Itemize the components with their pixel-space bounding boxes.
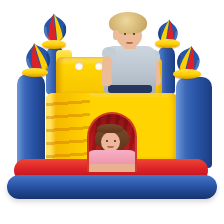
product-photo-castle-bouncer: [0, 0, 224, 224]
boy-shorts: [108, 85, 152, 93]
girl-bangs: [97, 124, 123, 133]
girl-mouth: [107, 146, 114, 148]
girl-face: [101, 132, 120, 152]
boy-ear: [113, 30, 119, 40]
base-blue-cushion: [7, 175, 217, 199]
front-wall-ridged-panel: [46, 93, 90, 164]
boy-right-eye: [133, 33, 135, 35]
front-left-tower-column: [17, 74, 45, 166]
girl-left-eye: [106, 140, 108, 142]
girl-right-eye: [114, 140, 116, 142]
front-right-tower-column: [176, 77, 212, 168]
front-right-tower-collar: [173, 69, 201, 79]
girl-crossed-arms: [87, 164, 137, 172]
boy-left-eye: [124, 33, 126, 35]
boy-mouth: [126, 42, 133, 44]
doorway-arch: [87, 112, 137, 172]
front-left-tower-collar: [22, 68, 48, 77]
boy-left-hand: [101, 77, 112, 86]
